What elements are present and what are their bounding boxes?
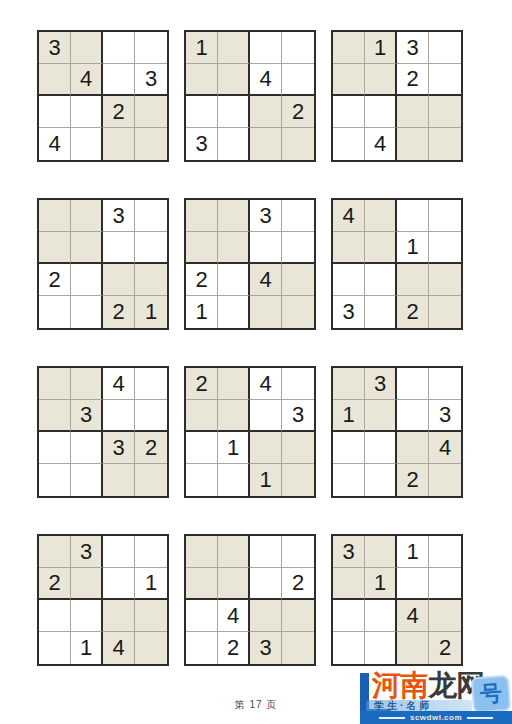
- sudoku-7-cell-r2c3[interactable]: [103, 400, 135, 432]
- sudoku-2-cell-r2c1[interactable]: [186, 64, 218, 96]
- sudoku-11-cell-r2c4: 2: [282, 568, 314, 600]
- sudoku-11-cell-r3c4[interactable]: [282, 600, 314, 632]
- sudoku-6-cell-r2c3: 1: [397, 232, 429, 264]
- sudoku-10-cell-r3c4[interactable]: [135, 600, 167, 632]
- sudoku-5-cell-r4c4[interactable]: [282, 296, 314, 328]
- sudoku-3-cell-r2c4[interactable]: [429, 64, 461, 96]
- sudoku-1-cell-r1c3[interactable]: [103, 32, 135, 64]
- sudoku-11-cell-r4c1[interactable]: [186, 632, 218, 664]
- sudoku-8-cell-r3c2: 1: [218, 432, 250, 464]
- sudoku-1-cell-r3c2[interactable]: [71, 96, 103, 128]
- sudoku-8-cell-r3c1[interactable]: [186, 432, 218, 464]
- sudoku-5-cell-r3c3: 4: [250, 264, 282, 296]
- sudoku-board-7: 4332: [37, 366, 169, 498]
- sudoku-2-cell-r3c3[interactable]: [250, 96, 282, 128]
- sudoku-7-cell-r1c4[interactable]: [135, 368, 167, 400]
- sudoku-4-cell-r4c3: 2: [103, 296, 135, 328]
- sudoku-8-cell-r2c1[interactable]: [186, 400, 218, 432]
- sudoku-6-cell-r3c3[interactable]: [397, 264, 429, 296]
- sudoku-9-cell-r3c4: 4: [429, 432, 461, 464]
- sudoku-2-cell-r3c4: 2: [282, 96, 314, 128]
- sudoku-4-cell-r3c3[interactable]: [103, 264, 135, 296]
- sudoku-5-cell-r2c3[interactable]: [250, 232, 282, 264]
- sudoku-4-cell-r3c4[interactable]: [135, 264, 167, 296]
- sudoku-board-10: 32114: [37, 534, 169, 666]
- sudoku-12-cell-r2c3[interactable]: [397, 568, 429, 600]
- sudoku-1-cell-r4c2[interactable]: [71, 128, 103, 160]
- sudoku-1-cell-r2c3[interactable]: [103, 64, 135, 96]
- watermark-strip-line-left: [379, 717, 405, 719]
- watermark-site-url: scwdwl.com: [410, 713, 462, 722]
- sudoku-2-cell-r2c3: 4: [250, 64, 282, 96]
- sudoku-6-cell-r1c3[interactable]: [397, 200, 429, 232]
- sudoku-9-cell-r2c2[interactable]: [365, 400, 397, 432]
- sudoku-5-cell-r4c2[interactable]: [218, 296, 250, 328]
- sudoku-5-cell-r2c1[interactable]: [186, 232, 218, 264]
- sudoku-9-cell-r4c1[interactable]: [333, 464, 365, 496]
- sudoku-7-cell-r4c2[interactable]: [71, 464, 103, 496]
- sudoku-12-cell-r4c4: 2: [429, 632, 461, 664]
- sudoku-3-cell-r4c2: 4: [365, 128, 397, 160]
- sudoku-9-cell-r2c3[interactable]: [397, 400, 429, 432]
- sudoku-10-cell-r1c4[interactable]: [135, 536, 167, 568]
- sudoku-11-cell-r3c1[interactable]: [186, 600, 218, 632]
- sudoku-4-cell-r2c2[interactable]: [71, 232, 103, 264]
- sudoku-2-cell-r4c3[interactable]: [250, 128, 282, 160]
- sudoku-6-cell-r2c4[interactable]: [429, 232, 461, 264]
- sudoku-5-cell-r1c4[interactable]: [282, 200, 314, 232]
- sudoku-8-cell-r4c1[interactable]: [186, 464, 218, 496]
- sudoku-2-cell-r4c1: 3: [186, 128, 218, 160]
- sudoku-5-cell-r2c4[interactable]: [282, 232, 314, 264]
- sudoku-5-cell-r3c2[interactable]: [218, 264, 250, 296]
- sudoku-10-cell-r3c3[interactable]: [103, 600, 135, 632]
- sudoku-7-cell-r4c3[interactable]: [103, 464, 135, 496]
- sudoku-6-cell-r3c1[interactable]: [333, 264, 365, 296]
- sudoku-10-cell-r3c1[interactable]: [39, 600, 71, 632]
- sudoku-8-cell-r1c1: 2: [186, 368, 218, 400]
- sudoku-1-cell-r1c4[interactable]: [135, 32, 167, 64]
- sudoku-11-cell-r2c2[interactable]: [218, 568, 250, 600]
- sudoku-8-cell-r4c3: 1: [250, 464, 282, 496]
- sudoku-3-cell-r1c3: 3: [397, 32, 429, 64]
- sudoku-grids-container: 3432414231324322132414132433224311313423…: [37, 30, 463, 666]
- sudoku-6-cell-r3c4[interactable]: [429, 264, 461, 296]
- sudoku-board-9: 31342: [331, 366, 463, 498]
- sudoku-1-cell-r4c1: 4: [39, 128, 71, 160]
- sudoku-6-cell-r1c2[interactable]: [365, 200, 397, 232]
- watermark-strip-line-right: [467, 717, 493, 719]
- sudoku-1-cell-r3c4[interactable]: [135, 96, 167, 128]
- sudoku-10-cell-r4c2: 1: [71, 632, 103, 664]
- sudoku-9-cell-r2c1: 1: [333, 400, 365, 432]
- sudoku-3-cell-r1c2: 1: [365, 32, 397, 64]
- sudoku-12-cell-r3c4[interactable]: [429, 600, 461, 632]
- sudoku-6-cell-r4c1: 3: [333, 296, 365, 328]
- sudoku-12-cell-r1c2[interactable]: [365, 536, 397, 568]
- sudoku-7-cell-r2c2: 3: [71, 400, 103, 432]
- sudoku-6-cell-r2c1[interactable]: [333, 232, 365, 264]
- sudoku-10-cell-r2c3[interactable]: [103, 568, 135, 600]
- sudoku-6-cell-r1c1: 4: [333, 200, 365, 232]
- sudoku-3-cell-r2c1[interactable]: [333, 64, 365, 96]
- sudoku-board-3: 1324: [331, 30, 463, 162]
- sudoku-8-cell-r4c2[interactable]: [218, 464, 250, 496]
- sudoku-4-cell-r4c1[interactable]: [39, 296, 71, 328]
- sudoku-5-cell-r3c4[interactable]: [282, 264, 314, 296]
- sudoku-12-cell-r4c1[interactable]: [333, 632, 365, 664]
- sudoku-8-cell-r2c3[interactable]: [250, 400, 282, 432]
- sudoku-10-cell-r2c4: 1: [135, 568, 167, 600]
- sudoku-9-cell-r1c2: 3: [365, 368, 397, 400]
- sudoku-3-cell-r3c1[interactable]: [333, 96, 365, 128]
- sudoku-10-cell-r4c3: 4: [103, 632, 135, 664]
- sudoku-board-11: 2423: [184, 534, 316, 666]
- sudoku-9-cell-r4c4[interactable]: [429, 464, 461, 496]
- sudoku-board-12: 31142: [331, 534, 463, 666]
- sudoku-6-cell-r4c2[interactable]: [365, 296, 397, 328]
- sudoku-11-cell-r1c4[interactable]: [282, 536, 314, 568]
- sudoku-11-cell-r4c2: 2: [218, 632, 250, 664]
- sudoku-8-cell-r1c2[interactable]: [218, 368, 250, 400]
- sudoku-board-5: 3241: [184, 198, 316, 330]
- sudoku-2-cell-r1c2[interactable]: [218, 32, 250, 64]
- sudoku-5-cell-r1c1[interactable]: [186, 200, 218, 232]
- sudoku-5-cell-r1c3: 3: [250, 200, 282, 232]
- sudoku-4-cell-r4c2[interactable]: [71, 296, 103, 328]
- sudoku-12-cell-r1c1: 3: [333, 536, 365, 568]
- sudoku-board-2: 1423: [184, 30, 316, 162]
- watermark-badge-icon: 号: [471, 675, 511, 714]
- sudoku-1-cell-r2c4: 3: [135, 64, 167, 96]
- watermark-site-strip: scwdwl.com: [360, 711, 512, 724]
- sudoku-8-cell-r1c4[interactable]: [282, 368, 314, 400]
- sudoku-9-cell-r4c2[interactable]: [365, 464, 397, 496]
- sudoku-11-cell-r4c4[interactable]: [282, 632, 314, 664]
- sudoku-7-cell-r1c1[interactable]: [39, 368, 71, 400]
- sudoku-12-cell-r1c4[interactable]: [429, 536, 461, 568]
- sudoku-12-cell-r2c1[interactable]: [333, 568, 365, 600]
- sudoku-1-cell-r3c3: 2: [103, 96, 135, 128]
- sudoku-9-cell-r3c3[interactable]: [397, 432, 429, 464]
- sudoku-6-cell-r3c2[interactable]: [365, 264, 397, 296]
- sudoku-11-cell-r2c1[interactable]: [186, 568, 218, 600]
- sudoku-3-cell-r3c4[interactable]: [429, 96, 461, 128]
- sudoku-10-cell-r1c1[interactable]: [39, 536, 71, 568]
- sudoku-9-cell-r1c4[interactable]: [429, 368, 461, 400]
- sudoku-1-cell-r1c1: 3: [39, 32, 71, 64]
- sudoku-10-cell-r4c1[interactable]: [39, 632, 71, 664]
- sudoku-5-cell-r4c3[interactable]: [250, 296, 282, 328]
- sudoku-9-cell-r4c3: 2: [397, 464, 429, 496]
- sudoku-10-cell-r2c2[interactable]: [71, 568, 103, 600]
- sudoku-11-cell-r2c3[interactable]: [250, 568, 282, 600]
- sudoku-4-cell-r4c4: 1: [135, 296, 167, 328]
- sudoku-8-cell-r3c4[interactable]: [282, 432, 314, 464]
- sudoku-2-cell-r2c4[interactable]: [282, 64, 314, 96]
- sudoku-7-cell-r3c2[interactable]: [71, 432, 103, 464]
- sudoku-7-cell-r2c4[interactable]: [135, 400, 167, 432]
- sudoku-2-cell-r3c1[interactable]: [186, 96, 218, 128]
- sudoku-4-cell-r3c1: 2: [39, 264, 71, 296]
- sudoku-12-cell-r4c2[interactable]: [365, 632, 397, 664]
- sudoku-8-cell-r2c4: 3: [282, 400, 314, 432]
- sudoku-12-cell-r3c1[interactable]: [333, 600, 365, 632]
- sudoku-8-cell-r1c3: 4: [250, 368, 282, 400]
- watermark: 河南龙网 学生·名师 号 scwdwl.com: [360, 670, 512, 724]
- sudoku-11-cell-r4c3: 3: [250, 632, 282, 664]
- sudoku-9-cell-r3c1[interactable]: [333, 432, 365, 464]
- sudoku-10-cell-r3c2[interactable]: [71, 600, 103, 632]
- sudoku-6-cell-r4c4[interactable]: [429, 296, 461, 328]
- sudoku-1-cell-r2c1[interactable]: [39, 64, 71, 96]
- sudoku-12-cell-r2c4[interactable]: [429, 568, 461, 600]
- sudoku-8-cell-r2c2[interactable]: [218, 400, 250, 432]
- sudoku-board-8: 24311: [184, 366, 316, 498]
- sudoku-4-cell-r1c2[interactable]: [71, 200, 103, 232]
- sudoku-2-cell-r4c4[interactable]: [282, 128, 314, 160]
- sudoku-6-cell-r2c2[interactable]: [365, 232, 397, 264]
- sudoku-3-cell-r2c2[interactable]: [365, 64, 397, 96]
- sudoku-11-cell-r1c3[interactable]: [250, 536, 282, 568]
- sudoku-7-cell-r1c2[interactable]: [71, 368, 103, 400]
- sudoku-7-cell-r4c4[interactable]: [135, 464, 167, 496]
- sudoku-6-cell-r4c3: 2: [397, 296, 429, 328]
- sudoku-10-cell-r4c4[interactable]: [135, 632, 167, 664]
- sudoku-9-cell-r3c2[interactable]: [365, 432, 397, 464]
- watermark-title-left: 河南: [372, 669, 428, 701]
- sudoku-10-cell-r2c1: 2: [39, 568, 71, 600]
- sudoku-3-cell-r4c1[interactable]: [333, 128, 365, 160]
- sudoku-7-cell-r1c3: 4: [103, 368, 135, 400]
- sudoku-7-cell-r3c3: 3: [103, 432, 135, 464]
- sudoku-2-cell-r1c4[interactable]: [282, 32, 314, 64]
- sudoku-10-cell-r1c2: 3: [71, 536, 103, 568]
- sudoku-4-cell-r1c1[interactable]: [39, 200, 71, 232]
- sudoku-6-cell-r1c4[interactable]: [429, 200, 461, 232]
- sudoku-12-cell-r1c3: 1: [397, 536, 429, 568]
- sudoku-12-cell-r3c3: 4: [397, 600, 429, 632]
- sudoku-3-cell-r4c3[interactable]: [397, 128, 429, 160]
- sudoku-2-cell-r1c3[interactable]: [250, 32, 282, 64]
- sudoku-12-cell-r4c3[interactable]: [397, 632, 429, 664]
- sudoku-2-cell-r3c2[interactable]: [218, 96, 250, 128]
- sudoku-4-cell-r1c4[interactable]: [135, 200, 167, 232]
- sudoku-4-cell-r3c2[interactable]: [71, 264, 103, 296]
- sudoku-board-1: 34324: [37, 30, 169, 162]
- sudoku-2-cell-r4c2[interactable]: [218, 128, 250, 160]
- sudoku-7-cell-r3c4: 2: [135, 432, 167, 464]
- sudoku-11-cell-r1c2[interactable]: [218, 536, 250, 568]
- sudoku-7-cell-r4c1[interactable]: [39, 464, 71, 496]
- sudoku-5-cell-r2c2[interactable]: [218, 232, 250, 264]
- sudoku-1-cell-r4c4[interactable]: [135, 128, 167, 160]
- sudoku-board-6: 4132: [331, 198, 463, 330]
- sudoku-11-cell-r3c2: 4: [218, 600, 250, 632]
- sudoku-1-cell-r1c2[interactable]: [71, 32, 103, 64]
- sudoku-1-cell-r3c1[interactable]: [39, 96, 71, 128]
- sudoku-1-cell-r4c3[interactable]: [103, 128, 135, 160]
- sudoku-3-cell-r2c3: 2: [397, 64, 429, 96]
- sudoku-1-cell-r2c2: 4: [71, 64, 103, 96]
- sudoku-2-cell-r1c1: 1: [186, 32, 218, 64]
- sudoku-7-cell-r3c1[interactable]: [39, 432, 71, 464]
- sudoku-11-cell-r3c3[interactable]: [250, 600, 282, 632]
- sudoku-12-cell-r3c2[interactable]: [365, 600, 397, 632]
- sudoku-4-cell-r2c4[interactable]: [135, 232, 167, 264]
- sudoku-11-cell-r1c1[interactable]: [186, 536, 218, 568]
- sudoku-3-cell-r3c2[interactable]: [365, 96, 397, 128]
- sudoku-10-cell-r1c3[interactable]: [103, 536, 135, 568]
- sudoku-12-cell-r2c2: 1: [365, 568, 397, 600]
- sudoku-4-cell-r2c3[interactable]: [103, 232, 135, 264]
- sudoku-5-cell-r1c2[interactable]: [218, 200, 250, 232]
- sudoku-9-cell-r2c4: 3: [429, 400, 461, 432]
- sudoku-5-cell-r4c1: 1: [186, 296, 218, 328]
- sudoku-board-4: 3221: [37, 198, 169, 330]
- sudoku-7-cell-r2c1[interactable]: [39, 400, 71, 432]
- sudoku-4-cell-r1c3: 3: [103, 200, 135, 232]
- sudoku-8-cell-r3c3[interactable]: [250, 432, 282, 464]
- sudoku-3-cell-r1c4[interactable]: [429, 32, 461, 64]
- sudoku-9-cell-r1c1[interactable]: [333, 368, 365, 400]
- sudoku-9-cell-r1c3[interactable]: [397, 368, 429, 400]
- sudoku-3-cell-r4c4[interactable]: [429, 128, 461, 160]
- sudoku-8-cell-r4c4[interactable]: [282, 464, 314, 496]
- sudoku-3-cell-r3c3[interactable]: [397, 96, 429, 128]
- sudoku-3-cell-r1c1[interactable]: [333, 32, 365, 64]
- sudoku-5-cell-r3c1: 2: [186, 264, 218, 296]
- sudoku-4-cell-r2c1[interactable]: [39, 232, 71, 264]
- sudoku-2-cell-r2c2[interactable]: [218, 64, 250, 96]
